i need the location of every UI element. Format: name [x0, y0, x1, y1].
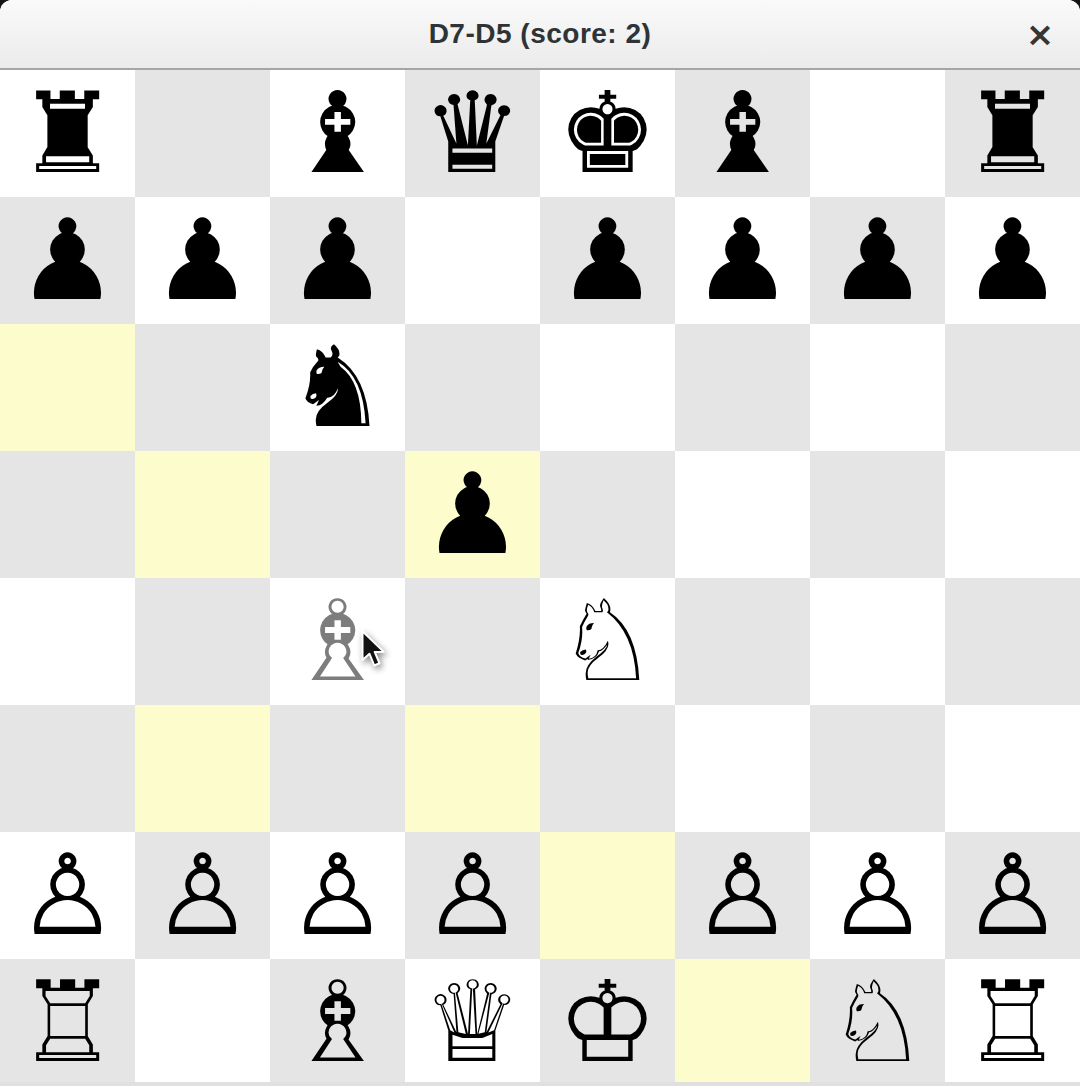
- square-c2[interactable]: ♙: [270, 832, 405, 959]
- square-d8[interactable]: ♛: [405, 70, 540, 197]
- square-d5[interactable]: ♟: [405, 451, 540, 578]
- square-a1[interactable]: ♖: [0, 959, 135, 1086]
- white-pawn[interactable]: ♙: [287, 832, 387, 959]
- close-icon: ×: [1026, 17, 1055, 51]
- black-queen[interactable]: ♛: [422, 70, 522, 197]
- square-e3[interactable]: [540, 705, 675, 832]
- black-rook[interactable]: ♜: [962, 70, 1062, 197]
- white-bishop[interactable]: ♗: [287, 959, 387, 1086]
- square-b6[interactable]: [135, 324, 270, 451]
- square-e7[interactable]: ♟: [540, 197, 675, 324]
- square-g7[interactable]: ♟: [810, 197, 945, 324]
- square-f3[interactable]: [675, 705, 810, 832]
- square-g3[interactable]: [810, 705, 945, 832]
- square-e8[interactable]: ♚: [540, 70, 675, 197]
- square-b2[interactable]: ♙: [135, 832, 270, 959]
- black-knight[interactable]: ♞: [287, 324, 387, 451]
- window-bottom-edge: [0, 1082, 1080, 1086]
- square-f2[interactable]: ♙: [675, 832, 810, 959]
- square-c8[interactable]: ♝: [270, 70, 405, 197]
- square-d2[interactable]: ♙: [405, 832, 540, 959]
- square-f6[interactable]: [675, 324, 810, 451]
- white-queen[interactable]: ♕: [422, 959, 522, 1086]
- square-h3[interactable]: [945, 705, 1080, 832]
- square-c7[interactable]: ♟: [270, 197, 405, 324]
- black-king[interactable]: ♚: [557, 70, 657, 197]
- black-pawn[interactable]: ♟: [287, 197, 387, 324]
- close-button[interactable]: ×: [1018, 12, 1062, 56]
- square-c5[interactable]: [270, 451, 405, 578]
- square-b4[interactable]: [135, 578, 270, 705]
- square-e4[interactable]: ♘: [540, 578, 675, 705]
- white-pawn[interactable]: ♙: [827, 832, 927, 959]
- square-h4[interactable]: [945, 578, 1080, 705]
- square-c4[interactable]: ♗: [270, 578, 405, 705]
- chess-board: ♜♝♛♚♝♜♟♟♟♟♟♟♟♞♟♗♘♙♙♙♙♙♙♙♖♗♕♔♘♖: [0, 70, 1080, 1086]
- black-pawn[interactable]: ♟: [962, 197, 1062, 324]
- square-f8[interactable]: ♝: [675, 70, 810, 197]
- black-pawn[interactable]: ♟: [557, 197, 657, 324]
- white-king[interactable]: ♔: [557, 959, 657, 1086]
- white-pawn[interactable]: ♙: [962, 832, 1062, 959]
- white-pawn[interactable]: ♙: [692, 832, 792, 959]
- square-c3[interactable]: [270, 705, 405, 832]
- square-f7[interactable]: ♟: [675, 197, 810, 324]
- square-f1[interactable]: [675, 959, 810, 1086]
- square-a5[interactable]: [0, 451, 135, 578]
- window-title: D7-D5 (score: 2): [429, 18, 652, 50]
- square-g6[interactable]: [810, 324, 945, 451]
- square-d7[interactable]: [405, 197, 540, 324]
- square-f4[interactable]: [675, 578, 810, 705]
- app-window: D7-D5 (score: 2) × ♜♝♛♚♝♜♟♟♟♟♟♟♟♞♟♗♘♙♙♙♙…: [0, 0, 1080, 1086]
- white-knight[interactable]: ♘: [557, 578, 657, 705]
- square-h8[interactable]: ♜: [945, 70, 1080, 197]
- square-e5[interactable]: [540, 451, 675, 578]
- square-a6[interactable]: [0, 324, 135, 451]
- square-e2[interactable]: [540, 832, 675, 959]
- black-bishop[interactable]: ♝: [692, 70, 792, 197]
- white-pawn[interactable]: ♙: [422, 832, 522, 959]
- square-f5[interactable]: [675, 451, 810, 578]
- square-g5[interactable]: [810, 451, 945, 578]
- square-b7[interactable]: ♟: [135, 197, 270, 324]
- white-rook[interactable]: ♖: [17, 959, 117, 1086]
- black-pawn[interactable]: ♟: [692, 197, 792, 324]
- square-b8[interactable]: [135, 70, 270, 197]
- square-b5[interactable]: [135, 451, 270, 578]
- white-knight[interactable]: ♘: [827, 959, 927, 1086]
- square-a8[interactable]: ♜: [0, 70, 135, 197]
- title-bar: D7-D5 (score: 2) ×: [0, 0, 1080, 70]
- square-h7[interactable]: ♟: [945, 197, 1080, 324]
- square-d6[interactable]: [405, 324, 540, 451]
- white-rook[interactable]: ♖: [962, 959, 1062, 1086]
- square-h6[interactable]: [945, 324, 1080, 451]
- square-d1[interactable]: ♕: [405, 959, 540, 1086]
- square-a4[interactable]: [0, 578, 135, 705]
- black-pawn[interactable]: ♟: [827, 197, 927, 324]
- square-d3[interactable]: [405, 705, 540, 832]
- white-bishop-ghost[interactable]: ♗: [287, 578, 387, 705]
- square-a7[interactable]: ♟: [0, 197, 135, 324]
- white-pawn[interactable]: ♙: [152, 832, 252, 959]
- square-e6[interactable]: [540, 324, 675, 451]
- square-h2[interactable]: ♙: [945, 832, 1080, 959]
- black-pawn[interactable]: ♟: [422, 451, 522, 578]
- black-pawn[interactable]: ♟: [17, 197, 117, 324]
- square-b3[interactable]: [135, 705, 270, 832]
- square-d4[interactable]: [405, 578, 540, 705]
- black-pawn[interactable]: ♟: [152, 197, 252, 324]
- square-g1[interactable]: ♘: [810, 959, 945, 1086]
- square-h1[interactable]: ♖: [945, 959, 1080, 1086]
- square-a3[interactable]: [0, 705, 135, 832]
- square-c6[interactable]: ♞: [270, 324, 405, 451]
- black-bishop[interactable]: ♝: [287, 70, 387, 197]
- square-g8[interactable]: [810, 70, 945, 197]
- square-a2[interactable]: ♙: [0, 832, 135, 959]
- square-g4[interactable]: [810, 578, 945, 705]
- square-b1[interactable]: [135, 959, 270, 1086]
- square-g2[interactable]: ♙: [810, 832, 945, 959]
- square-e1[interactable]: ♔: [540, 959, 675, 1086]
- square-c1[interactable]: ♗: [270, 959, 405, 1086]
- white-pawn[interactable]: ♙: [17, 832, 117, 959]
- black-rook[interactable]: ♜: [17, 70, 117, 197]
- square-h5[interactable]: [945, 451, 1080, 578]
